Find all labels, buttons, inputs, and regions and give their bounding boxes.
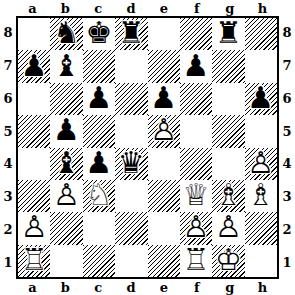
white-king-piece: ♚♔ — [212, 245, 244, 277]
square-g4[interactable] — [212, 148, 244, 180]
white-knight-piece: ♞♘ — [83, 180, 115, 212]
white-bishop-piece: ♝♗ — [212, 180, 244, 212]
square-d6[interactable] — [115, 83, 147, 115]
square-c5[interactable] — [83, 115, 115, 147]
square-h2[interactable] — [245, 212, 277, 244]
square-g8[interactable]: ♜♜ — [212, 18, 244, 50]
file-label-a: a — [16, 279, 49, 295]
square-a3[interactable] — [18, 180, 50, 212]
square-g2[interactable]: ♟♙ — [212, 212, 244, 244]
white-pawn-piece: ♟♙ — [148, 115, 180, 147]
square-c7[interactable] — [83, 50, 115, 82]
file-label-a: a — [16, 0, 49, 16]
rank-label-7: 7 — [279, 49, 295, 82]
square-g1[interactable]: ♚♔ — [212, 245, 244, 277]
black-pawn-piece: ♟♟ — [148, 83, 180, 115]
file-label-g: g — [213, 279, 246, 295]
file-label-c: c — [82, 0, 115, 16]
square-b2[interactable] — [50, 212, 82, 244]
rank-label-3: 3 — [0, 180, 16, 213]
square-c4[interactable]: ♟♟ — [83, 148, 115, 180]
square-h5[interactable] — [245, 115, 277, 147]
white-pawn-piece: ♟♙ — [50, 180, 82, 212]
square-e6[interactable]: ♟♟ — [148, 83, 180, 115]
square-b3[interactable]: ♟♙ — [50, 180, 82, 212]
file-label-c: c — [82, 279, 115, 295]
file-label-f: f — [180, 279, 213, 295]
white-queen-piece: ♛♕ — [180, 180, 212, 212]
black-bishop-piece: ♝♝ — [50, 148, 82, 180]
file-label-e: e — [148, 0, 181, 16]
square-b8[interactable]: ♞♞ — [50, 18, 82, 50]
black-pawn-piece: ♟♟ — [50, 115, 82, 147]
square-e7[interactable] — [148, 50, 180, 82]
file-label-d: d — [115, 279, 148, 295]
square-h4[interactable]: ♟♙ — [245, 148, 277, 180]
file-label-e: e — [148, 279, 181, 295]
white-pawn-piece: ♟♙ — [18, 212, 50, 244]
rank-label-4: 4 — [0, 148, 16, 181]
rank-label-1: 1 — [279, 246, 295, 279]
white-rook-piece: ♜♖ — [18, 245, 50, 277]
square-h8[interactable] — [245, 18, 277, 50]
rank-label-8: 8 — [0, 16, 16, 49]
black-pawn-piece: ♟♟ — [245, 83, 277, 115]
rank-label-4: 4 — [279, 148, 295, 181]
square-c8[interactable]: ♚♚ — [83, 18, 115, 50]
rank-label-2: 2 — [279, 213, 295, 246]
file-label-f: f — [180, 0, 213, 16]
black-pawn-piece: ♟♟ — [18, 50, 50, 82]
white-pawn-piece: ♟♙ — [180, 212, 212, 244]
chess-diagram: abcdefgh 87654321 ♞♞♚♚♜♜♜♜♟♟♝♝♟♟♟♟♟♟♟♟♟♟… — [0, 0, 295, 295]
white-pawn-piece: ♟♙ — [212, 212, 244, 244]
square-g3[interactable]: ♝♗ — [212, 180, 244, 212]
white-rook-piece: ♜♖ — [180, 245, 212, 277]
board: ♞♞♚♚♜♜♜♜♟♟♝♝♟♟♟♟♟♟♟♟♟♟♟♙♝♝♟♟♛♛♟♙♟♙♞♘♛♕♝♗… — [16, 16, 279, 279]
square-f6[interactable] — [180, 83, 212, 115]
square-f4[interactable] — [180, 148, 212, 180]
rank-label-6: 6 — [0, 82, 16, 115]
square-c6[interactable]: ♟♟ — [83, 83, 115, 115]
black-bishop-piece: ♝♝ — [50, 50, 82, 82]
square-e4[interactable] — [148, 148, 180, 180]
file-label-b: b — [49, 279, 82, 295]
square-a1[interactable]: ♜♖ — [18, 245, 50, 277]
square-h3[interactable]: ♝♗ — [245, 180, 277, 212]
square-d3[interactable] — [115, 180, 147, 212]
square-b5[interactable]: ♟♟ — [50, 115, 82, 147]
square-e3[interactable] — [148, 180, 180, 212]
file-labels-top: abcdefgh — [16, 0, 279, 16]
square-e5[interactable]: ♟♙ — [148, 115, 180, 147]
square-h6[interactable]: ♟♟ — [245, 83, 277, 115]
square-d1[interactable] — [115, 245, 147, 277]
square-d7[interactable] — [115, 50, 147, 82]
square-b4[interactable]: ♝♝ — [50, 148, 82, 180]
rank-labels-left: 87654321 — [0, 16, 16, 279]
rank-label-6: 6 — [279, 82, 295, 115]
square-a7[interactable]: ♟♟ — [18, 50, 50, 82]
black-rook-piece: ♜♜ — [212, 18, 244, 50]
black-king-piece: ♚♚ — [83, 18, 115, 50]
black-pawn-piece: ♟♟ — [180, 50, 212, 82]
square-g5[interactable] — [212, 115, 244, 147]
square-f8[interactable] — [180, 18, 212, 50]
square-d4[interactable]: ♛♛ — [115, 148, 147, 180]
rank-label-1: 1 — [0, 246, 16, 279]
square-c3[interactable]: ♞♘ — [83, 180, 115, 212]
black-queen-piece: ♛♛ — [115, 148, 147, 180]
black-pawn-piece: ♟♟ — [83, 83, 115, 115]
square-b7[interactable]: ♝♝ — [50, 50, 82, 82]
rank-labels-right: 87654321 — [279, 16, 295, 279]
rank-label-5: 5 — [279, 115, 295, 148]
file-label-d: d — [115, 0, 148, 16]
file-labels-bottom: abcdefgh — [16, 279, 279, 295]
file-label-b: b — [49, 0, 82, 16]
file-label-h: h — [246, 279, 279, 295]
square-f5[interactable] — [180, 115, 212, 147]
square-a6[interactable] — [18, 83, 50, 115]
square-a4[interactable] — [18, 148, 50, 180]
black-pawn-piece: ♟♟ — [83, 148, 115, 180]
square-c2[interactable] — [83, 212, 115, 244]
square-d2[interactable] — [115, 212, 147, 244]
square-g7[interactable] — [212, 50, 244, 82]
square-g6[interactable] — [212, 83, 244, 115]
square-e2[interactable] — [148, 212, 180, 244]
white-bishop-piece: ♝♗ — [245, 180, 277, 212]
square-e1[interactable] — [148, 245, 180, 277]
square-d5[interactable] — [115, 115, 147, 147]
square-f3[interactable]: ♛♕ — [180, 180, 212, 212]
square-f1[interactable]: ♜♖ — [180, 245, 212, 277]
square-h1[interactable] — [245, 245, 277, 277]
rank-label-7: 7 — [0, 49, 16, 82]
square-f2[interactable]: ♟♙ — [180, 212, 212, 244]
rank-label-2: 2 — [0, 213, 16, 246]
file-label-h: h — [246, 0, 279, 16]
white-pawn-piece: ♟♙ — [245, 148, 277, 180]
square-a8[interactable] — [18, 18, 50, 50]
square-a5[interactable] — [18, 115, 50, 147]
square-d8[interactable]: ♜♜ — [115, 18, 147, 50]
rank-label-8: 8 — [279, 16, 295, 49]
file-label-g: g — [213, 0, 246, 16]
square-e8[interactable] — [148, 18, 180, 50]
square-a2[interactable]: ♟♙ — [18, 212, 50, 244]
square-b6[interactable] — [50, 83, 82, 115]
square-b1[interactable] — [50, 245, 82, 277]
square-c1[interactable] — [83, 245, 115, 277]
rank-label-3: 3 — [279, 180, 295, 213]
black-rook-piece: ♜♜ — [115, 18, 147, 50]
black-knight-piece: ♞♞ — [50, 18, 82, 50]
rank-label-5: 5 — [0, 115, 16, 148]
square-f7[interactable]: ♟♟ — [180, 50, 212, 82]
square-h7[interactable] — [245, 50, 277, 82]
